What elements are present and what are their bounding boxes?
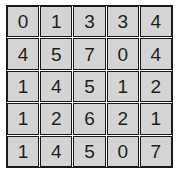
- cell-r1c2: 1: [40, 6, 72, 37]
- cell-r2c3: 7: [73, 38, 105, 69]
- cell-r4c5: 1: [140, 103, 172, 134]
- cell-r4c3: 6: [73, 103, 105, 134]
- cell-r4c2: 2: [40, 103, 72, 134]
- cell-r3c1: 1: [7, 71, 39, 102]
- cell-r3c2: 4: [40, 71, 72, 102]
- cell-r5c2: 4: [40, 136, 72, 167]
- cell-r1c1: 0: [7, 6, 39, 37]
- cell-r4c4: 2: [107, 103, 139, 134]
- cell-r5c5: 7: [140, 136, 172, 167]
- cell-r5c1: 1: [7, 136, 39, 167]
- cell-r3c4: 1: [107, 71, 139, 102]
- cell-r1c5: 4: [140, 6, 172, 37]
- cell-r1c4: 3: [107, 6, 139, 37]
- cell-r2c1: 4: [7, 38, 39, 69]
- cell-r1c3: 3: [73, 6, 105, 37]
- number-grid-board: 0133445704145121262114507: [6, 5, 173, 168]
- cell-r3c5: 2: [140, 71, 172, 102]
- cell-r3c3: 5: [73, 71, 105, 102]
- cell-r2c4: 0: [107, 38, 139, 69]
- cell-r2c5: 4: [140, 38, 172, 69]
- cell-r2c2: 5: [40, 38, 72, 69]
- cell-r5c3: 5: [73, 136, 105, 167]
- cell-r5c4: 0: [107, 136, 139, 167]
- cell-r4c1: 1: [7, 103, 39, 134]
